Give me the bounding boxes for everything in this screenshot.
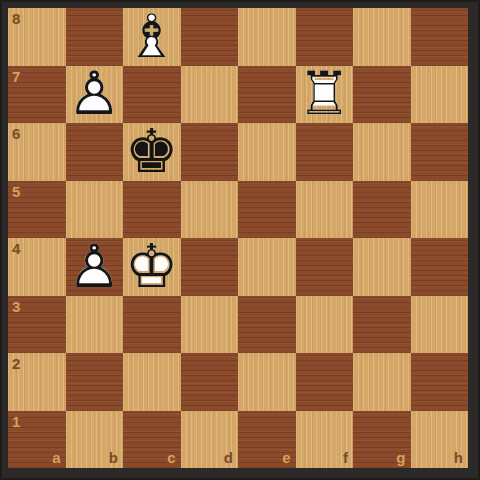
black-king-glyph: ♚ — [125, 121, 179, 181]
square-c7[interactable] — [123, 66, 181, 124]
square-b5[interactable] — [66, 181, 124, 239]
square-b4[interactable]: ♟♙ — [66, 238, 124, 296]
square-g4[interactable] — [353, 238, 411, 296]
file-label-e: e — [282, 450, 290, 465]
square-f5[interactable] — [296, 181, 354, 239]
square-a7[interactable]: 7 — [8, 66, 66, 124]
white-pawn-outline: ♙ — [67, 63, 121, 123]
file-label-a: a — [52, 450, 60, 465]
square-b3[interactable] — [66, 296, 124, 354]
square-d2[interactable] — [181, 353, 239, 411]
file-label-g: g — [396, 450, 405, 465]
square-h1[interactable]: h — [411, 411, 469, 469]
square-g6[interactable] — [353, 123, 411, 181]
chess-board[interactable]: 8♝♗7♟♙♜♖6♚54♟♙♚♔321abcdefgh — [8, 8, 468, 468]
square-d5[interactable] — [181, 181, 239, 239]
square-g7[interactable] — [353, 66, 411, 124]
square-c2[interactable] — [123, 353, 181, 411]
file-label-f: f — [343, 450, 348, 465]
square-h4[interactable] — [411, 238, 469, 296]
square-d8[interactable] — [181, 8, 239, 66]
file-label-h: h — [454, 450, 463, 465]
file-label-c: c — [167, 450, 175, 465]
square-f8[interactable] — [296, 8, 354, 66]
square-d4[interactable] — [181, 238, 239, 296]
white-bishop-outline: ♗ — [125, 6, 179, 66]
white-rook-outline: ♖ — [297, 63, 351, 123]
square-b6[interactable] — [66, 123, 124, 181]
square-f1[interactable]: f — [296, 411, 354, 469]
square-h3[interactable] — [411, 296, 469, 354]
square-f6[interactable] — [296, 123, 354, 181]
square-g1[interactable]: g — [353, 411, 411, 469]
square-c8[interactable]: ♝♗ — [123, 8, 181, 66]
square-c1[interactable]: c — [123, 411, 181, 469]
square-b8[interactable] — [66, 8, 124, 66]
white-pawn-glyph: ♟ — [67, 63, 121, 123]
square-h5[interactable] — [411, 181, 469, 239]
white-king-outline: ♔ — [125, 236, 179, 296]
square-e5[interactable] — [238, 181, 296, 239]
square-d1[interactable]: d — [181, 411, 239, 469]
square-b2[interactable] — [66, 353, 124, 411]
square-g2[interactable] — [353, 353, 411, 411]
square-c3[interactable] — [123, 296, 181, 354]
square-a1[interactable]: 1a — [8, 411, 66, 469]
square-a5[interactable]: 5 — [8, 181, 66, 239]
white-king-glyph: ♚ — [125, 236, 179, 296]
square-h6[interactable] — [411, 123, 469, 181]
square-d3[interactable] — [181, 296, 239, 354]
square-f2[interactable] — [296, 353, 354, 411]
rank-label-8: 8 — [12, 11, 20, 26]
white-rook-glyph: ♜ — [297, 63, 351, 123]
square-h7[interactable] — [411, 66, 469, 124]
rank-label-3: 3 — [12, 299, 20, 314]
square-a4[interactable]: 4 — [8, 238, 66, 296]
square-a3[interactable]: 3 — [8, 296, 66, 354]
square-h2[interactable] — [411, 353, 469, 411]
square-f3[interactable] — [296, 296, 354, 354]
square-e1[interactable]: e — [238, 411, 296, 469]
square-g5[interactable] — [353, 181, 411, 239]
square-e4[interactable] — [238, 238, 296, 296]
square-d6[interactable] — [181, 123, 239, 181]
square-e2[interactable] — [238, 353, 296, 411]
file-label-d: d — [224, 450, 233, 465]
rank-label-7: 7 — [12, 69, 20, 84]
square-c4[interactable]: ♚♔ — [123, 238, 181, 296]
square-e7[interactable] — [238, 66, 296, 124]
board-frame: 8♝♗7♟♙♜♖6♚54♟♙♚♔321abcdefgh — [0, 0, 480, 480]
white-king[interactable]: ♚♔ — [123, 238, 181, 296]
white-pawn[interactable]: ♟♙ — [66, 66, 124, 124]
square-a2[interactable]: 2 — [8, 353, 66, 411]
square-f4[interactable] — [296, 238, 354, 296]
square-f7[interactable]: ♜♖ — [296, 66, 354, 124]
square-a8[interactable]: 8 — [8, 8, 66, 66]
rank-label-1: 1 — [12, 414, 20, 429]
square-g3[interactable] — [353, 296, 411, 354]
white-pawn-glyph: ♟ — [67, 236, 121, 296]
white-pawn-outline: ♙ — [67, 236, 121, 296]
rank-label-6: 6 — [12, 126, 20, 141]
square-b1[interactable]: b — [66, 411, 124, 469]
white-bishop-glyph: ♝ — [125, 6, 179, 66]
square-c6[interactable]: ♚ — [123, 123, 181, 181]
square-e3[interactable] — [238, 296, 296, 354]
white-bishop[interactable]: ♝♗ — [123, 8, 181, 66]
square-e6[interactable] — [238, 123, 296, 181]
square-c5[interactable] — [123, 181, 181, 239]
rank-label-2: 2 — [12, 356, 20, 371]
square-e8[interactable] — [238, 8, 296, 66]
black-king[interactable]: ♚ — [123, 123, 181, 181]
square-a6[interactable]: 6 — [8, 123, 66, 181]
white-rook[interactable]: ♜♖ — [296, 66, 354, 124]
square-d7[interactable] — [181, 66, 239, 124]
rank-label-5: 5 — [12, 184, 20, 199]
square-h8[interactable] — [411, 8, 469, 66]
rank-label-4: 4 — [12, 241, 20, 256]
square-b7[interactable]: ♟♙ — [66, 66, 124, 124]
square-g8[interactable] — [353, 8, 411, 66]
file-label-b: b — [109, 450, 118, 465]
white-pawn[interactable]: ♟♙ — [66, 238, 124, 296]
